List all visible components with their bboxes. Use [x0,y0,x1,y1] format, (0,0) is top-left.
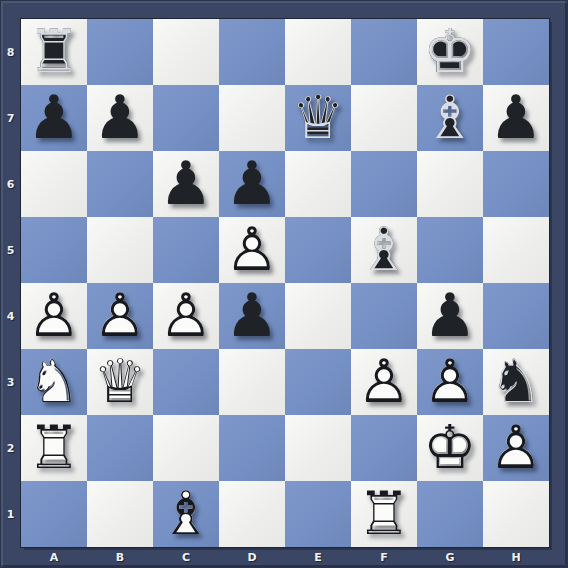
file-label-g: G [417,547,483,568]
square-c6[interactable]: ♟ [153,151,219,217]
black-king-g8[interactable]: ♚♔ [417,19,483,85]
square-c2[interactable] [153,415,219,481]
piece-line-layer: ♖ [351,481,417,547]
square-c7[interactable] [153,85,219,151]
square-a8[interactable]: ♜♖ [21,19,87,85]
rank-label-8: 8 [0,19,21,85]
piece-line-layer: ♘ [21,349,87,415]
black-pawn-c6[interactable]: ♟ [153,151,219,217]
square-f6[interactable] [351,151,417,217]
piece-line-layer: ♗ [351,217,417,283]
square-b8[interactable] [87,19,153,85]
piece-line-layer: ♖ [21,19,87,85]
square-d1[interactable] [219,481,285,547]
file-label-f: F [351,547,417,568]
piece-line-layer: ♙ [351,349,417,415]
black-knight-h3[interactable]: ♞♘ [483,349,549,415]
square-g6[interactable] [417,151,483,217]
rank-label-5: 5 [0,217,21,283]
piece-line-layer: ♘ [483,349,549,415]
square-e1[interactable] [285,481,351,547]
white-pawn-b4[interactable]: ♟♙ [87,283,153,349]
rank-label-1: 1 [0,481,21,547]
square-c8[interactable] [153,19,219,85]
square-d8[interactable] [219,19,285,85]
black-rook-a8[interactable]: ♜♖ [21,19,87,85]
piece-line-layer: ♔ [417,19,483,85]
white-queen-b3[interactable]: ♛♕ [87,349,153,415]
square-h7[interactable]: ♟ [483,85,549,151]
white-pawn-h2[interactable]: ♟♙ [483,415,549,481]
piece-fill-layer: ♟ [219,283,285,349]
square-f4[interactable] [351,283,417,349]
square-a3[interactable]: ♞♘ [21,349,87,415]
square-b4[interactable]: ♟♙ [87,283,153,349]
piece-fill-layer: ♟ [153,151,219,217]
square-a6[interactable] [21,151,87,217]
square-h4[interactable] [483,283,549,349]
square-a1[interactable] [21,481,87,547]
piece-line-layer: ♙ [417,349,483,415]
square-h2[interactable]: ♟♙ [483,415,549,481]
black-pawn-b7[interactable]: ♟ [87,85,153,151]
piece-line-layer: ♕ [87,349,153,415]
white-pawn-g3[interactable]: ♟♙ [417,349,483,415]
rank-label-2: 2 [0,415,21,481]
square-c1[interactable]: ♝♗ [153,481,219,547]
piece-line-layer: ♗ [417,85,483,151]
square-c4[interactable]: ♟♙ [153,283,219,349]
piece-fill-layer: ♟ [21,85,87,151]
square-a7[interactable]: ♟ [21,85,87,151]
white-pawn-c4[interactable]: ♟♙ [153,283,219,349]
square-b5[interactable] [87,217,153,283]
square-d3[interactable] [219,349,285,415]
square-d4[interactable]: ♟ [219,283,285,349]
square-b1[interactable] [87,481,153,547]
white-rook-f1[interactable]: ♜♖ [351,481,417,547]
square-g8[interactable]: ♚♔ [417,19,483,85]
square-a2[interactable]: ♜♖ [21,415,87,481]
rank-label-6: 6 [0,151,21,217]
square-h1[interactable] [483,481,549,547]
rank-label-3: 3 [0,349,21,415]
chess-board-frame: 87654321 ABCDEFGH ♜♖♚♔♟♟♛♕♝♗♟♟♟♟♙♝♗♟♙♟♙♟… [0,0,568,568]
square-d2[interactable] [219,415,285,481]
square-b2[interactable] [87,415,153,481]
square-b3[interactable]: ♛♕ [87,349,153,415]
black-bishop-g7[interactable]: ♝♗ [417,85,483,151]
file-labels: ABCDEFGH [21,547,549,568]
square-e7[interactable]: ♛♕ [285,85,351,151]
file-label-d: D [219,547,285,568]
square-f7[interactable] [351,85,417,151]
black-pawn-g4[interactable]: ♟ [417,283,483,349]
file-label-a: A [21,547,87,568]
square-g7[interactable]: ♝♗ [417,85,483,151]
white-king-g2[interactable]: ♚♔ [417,415,483,481]
piece-fill-layer: ♟ [483,85,549,151]
square-b7[interactable]: ♟ [87,85,153,151]
rank-label-7: 7 [0,85,21,151]
black-pawn-h7[interactable]: ♟ [483,85,549,151]
chess-board: ♜♖♚♔♟♟♛♕♝♗♟♟♟♟♙♝♗♟♙♟♙♟♙♟♟♞♘♛♕♟♙♟♙♞♘♜♖♚♔♟… [21,19,549,547]
piece-line-layer: ♕ [285,85,351,151]
white-pawn-d5[interactable]: ♟♙ [219,217,285,283]
square-g2[interactable]: ♚♔ [417,415,483,481]
piece-line-layer: ♙ [153,283,219,349]
square-f3[interactable]: ♟♙ [351,349,417,415]
white-pawn-a4[interactable]: ♟♙ [21,283,87,349]
square-c5[interactable] [153,217,219,283]
piece-line-layer: ♖ [21,415,87,481]
square-e3[interactable] [285,349,351,415]
black-pawn-a7[interactable]: ♟ [21,85,87,151]
square-h8[interactable] [483,19,549,85]
piece-line-layer: ♙ [219,217,285,283]
square-e2[interactable] [285,415,351,481]
piece-fill-layer: ♟ [219,151,285,217]
square-d7[interactable] [219,85,285,151]
file-label-b: B [87,547,153,568]
square-e8[interactable] [285,19,351,85]
black-bishop-f5[interactable]: ♝♗ [351,217,417,283]
rank-label-4: 4 [0,283,21,349]
white-pawn-f3[interactable]: ♟♙ [351,349,417,415]
black-pawn-d4[interactable]: ♟ [219,283,285,349]
white-knight-a3[interactable]: ♞♘ [21,349,87,415]
square-f2[interactable] [351,415,417,481]
white-rook-a2[interactable]: ♜♖ [21,415,87,481]
square-d5[interactable]: ♟♙ [219,217,285,283]
piece-fill-layer: ♟ [87,85,153,151]
square-e4[interactable] [285,283,351,349]
square-a4[interactable]: ♟♙ [21,283,87,349]
square-h3[interactable]: ♞♘ [483,349,549,415]
black-pawn-d6[interactable]: ♟ [219,151,285,217]
square-h5[interactable] [483,217,549,283]
square-g4[interactable]: ♟ [417,283,483,349]
file-label-h: H [483,547,549,568]
piece-line-layer: ♔ [417,415,483,481]
square-c3[interactable] [153,349,219,415]
square-h6[interactable] [483,151,549,217]
square-g1[interactable] [417,481,483,547]
square-e5[interactable] [285,217,351,283]
white-bishop-c1[interactable]: ♝♗ [153,481,219,547]
square-g3[interactable]: ♟♙ [417,349,483,415]
file-label-c: C [153,547,219,568]
square-d6[interactable]: ♟ [219,151,285,217]
square-f5[interactable]: ♝♗ [351,217,417,283]
piece-line-layer: ♙ [87,283,153,349]
square-f8[interactable] [351,19,417,85]
square-b6[interactable] [87,151,153,217]
piece-line-layer: ♙ [483,415,549,481]
square-f1[interactable]: ♜♖ [351,481,417,547]
piece-fill-layer: ♟ [417,283,483,349]
piece-line-layer: ♙ [21,283,87,349]
black-queen-e7[interactable]: ♛♕ [285,85,351,151]
square-a5[interactable] [21,217,87,283]
square-g5[interactable] [417,217,483,283]
square-e6[interactable] [285,151,351,217]
file-label-e: E [285,547,351,568]
rank-labels: 87654321 [0,19,21,547]
piece-line-layer: ♗ [153,481,219,547]
